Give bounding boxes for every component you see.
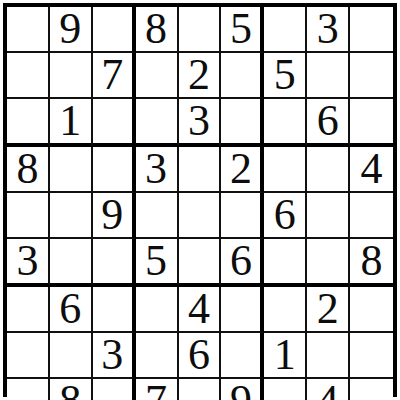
cell-r2c6[interactable] bbox=[221, 53, 264, 99]
cell-r7c5[interactable]: 4 bbox=[179, 287, 222, 333]
cell-r3c4[interactable] bbox=[136, 99, 179, 147]
cell-r8c5[interactable]: 6 bbox=[179, 333, 222, 379]
cell-r7c7[interactable] bbox=[264, 287, 307, 333]
cell-r3c3[interactable] bbox=[93, 99, 136, 147]
cell-r6c1[interactable]: 3 bbox=[7, 239, 50, 287]
cell-r5c6[interactable] bbox=[221, 193, 264, 239]
cell-r2c2[interactable] bbox=[50, 53, 93, 99]
cell-r1c3[interactable] bbox=[93, 7, 136, 53]
cell-r2c5[interactable]: 2 bbox=[179, 53, 222, 99]
cell-r1c5[interactable] bbox=[179, 7, 222, 53]
cell-r4c1[interactable]: 8 bbox=[7, 147, 50, 193]
cell-r8c7[interactable]: 1 bbox=[264, 333, 307, 379]
cell-r7c9[interactable] bbox=[350, 287, 393, 333]
cell-r5c4[interactable] bbox=[136, 193, 179, 239]
cell-r1c1[interactable] bbox=[7, 7, 50, 53]
cell-r5c3[interactable]: 9 bbox=[93, 193, 136, 239]
sudoku-page: 985372513683249635686423618794 bbox=[0, 0, 400, 400]
cell-r6c3[interactable] bbox=[93, 239, 136, 287]
cell-r2c9[interactable] bbox=[350, 53, 393, 99]
cell-r1c9[interactable] bbox=[350, 7, 393, 53]
cell-r8c2[interactable] bbox=[50, 333, 93, 379]
cell-r4c5[interactable] bbox=[179, 147, 222, 193]
cell-r8c9[interactable] bbox=[350, 333, 393, 379]
cell-r1c6[interactable]: 5 bbox=[221, 7, 264, 53]
cell-r2c7[interactable]: 5 bbox=[264, 53, 307, 99]
cell-r8c4[interactable] bbox=[136, 333, 179, 379]
cell-r5c2[interactable] bbox=[50, 193, 93, 239]
cell-r7c3[interactable] bbox=[93, 287, 136, 333]
cell-r5c1[interactable] bbox=[7, 193, 50, 239]
cell-r2c4[interactable] bbox=[136, 53, 179, 99]
cell-r7c4[interactable] bbox=[136, 287, 179, 333]
cell-r4c2[interactable] bbox=[50, 147, 93, 193]
cell-r9c4[interactable]: 7 bbox=[136, 379, 179, 400]
cell-r1c8[interactable]: 3 bbox=[307, 7, 350, 53]
cell-r3c8[interactable]: 6 bbox=[307, 99, 350, 147]
cell-r9c8[interactable]: 4 bbox=[307, 379, 350, 400]
cell-r9c3[interactable] bbox=[93, 379, 136, 400]
cell-r7c2[interactable]: 6 bbox=[50, 287, 93, 333]
cell-r7c8[interactable]: 2 bbox=[307, 287, 350, 333]
cell-r3c9[interactable] bbox=[350, 99, 393, 147]
cell-r6c4[interactable]: 5 bbox=[136, 239, 179, 287]
cell-r9c6[interactable]: 9 bbox=[221, 379, 264, 400]
cell-r1c4[interactable]: 8 bbox=[136, 7, 179, 53]
cell-r4c4[interactable]: 3 bbox=[136, 147, 179, 193]
cell-r6c7[interactable] bbox=[264, 239, 307, 287]
cell-r2c1[interactable] bbox=[7, 53, 50, 99]
cell-r3c5[interactable]: 3 bbox=[179, 99, 222, 147]
cell-r5c5[interactable] bbox=[179, 193, 222, 239]
cell-r4c6[interactable]: 2 bbox=[221, 147, 264, 193]
cell-r3c6[interactable] bbox=[221, 99, 264, 147]
cell-r6c5[interactable] bbox=[179, 239, 222, 287]
cell-r6c2[interactable] bbox=[50, 239, 93, 287]
cell-r9c2[interactable]: 8 bbox=[50, 379, 93, 400]
cell-r8c6[interactable] bbox=[221, 333, 264, 379]
cell-r3c1[interactable] bbox=[7, 99, 50, 147]
sudoku-board: 985372513683249635686423618794 bbox=[3, 3, 397, 397]
cell-r5c7[interactable]: 6 bbox=[264, 193, 307, 239]
cell-r2c3[interactable]: 7 bbox=[93, 53, 136, 99]
cell-r4c3[interactable] bbox=[93, 147, 136, 193]
cell-r1c2[interactable]: 9 bbox=[50, 7, 93, 53]
cell-r6c6[interactable]: 6 bbox=[221, 239, 264, 287]
cell-r6c9[interactable]: 8 bbox=[350, 239, 393, 287]
cell-r1c7[interactable] bbox=[264, 7, 307, 53]
cell-r2c8[interactable] bbox=[307, 53, 350, 99]
cell-r3c2[interactable]: 1 bbox=[50, 99, 93, 147]
cell-r3c7[interactable] bbox=[264, 99, 307, 147]
cell-r7c6[interactable] bbox=[221, 287, 264, 333]
cell-r8c1[interactable] bbox=[7, 333, 50, 379]
cell-r9c1[interactable] bbox=[7, 379, 50, 400]
cell-r8c8[interactable] bbox=[307, 333, 350, 379]
cell-r9c5[interactable] bbox=[179, 379, 222, 400]
cell-r9c9[interactable] bbox=[350, 379, 393, 400]
cell-r7c1[interactable] bbox=[7, 287, 50, 333]
cell-r4c8[interactable] bbox=[307, 147, 350, 193]
cell-r4c9[interactable]: 4 bbox=[350, 147, 393, 193]
cell-r9c7[interactable] bbox=[264, 379, 307, 400]
cell-r4c7[interactable] bbox=[264, 147, 307, 193]
cell-r6c8[interactable] bbox=[307, 239, 350, 287]
cell-r5c8[interactable] bbox=[307, 193, 350, 239]
cell-r5c9[interactable] bbox=[350, 193, 393, 239]
cell-r8c3[interactable]: 3 bbox=[93, 333, 136, 379]
